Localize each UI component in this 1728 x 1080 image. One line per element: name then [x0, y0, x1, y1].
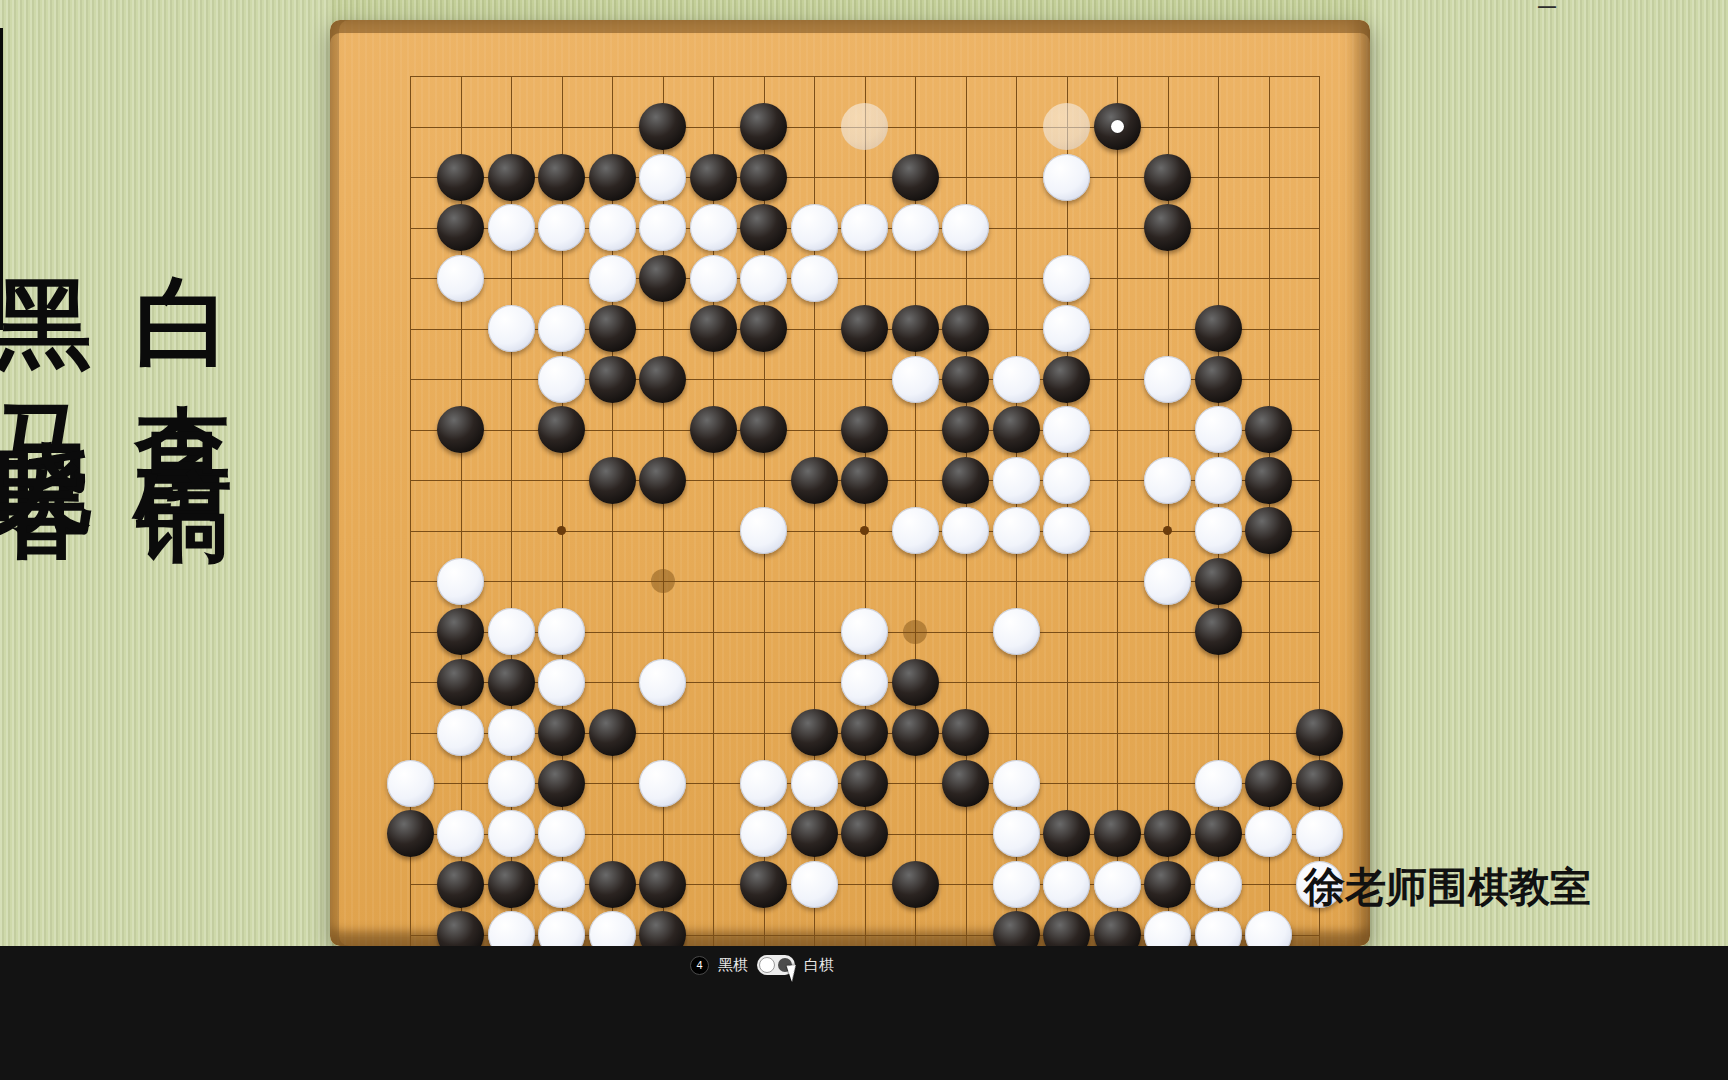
stone-black [942, 457, 989, 504]
stone-black [1245, 760, 1292, 807]
stone-black [993, 911, 1040, 946]
stone-black [437, 861, 484, 908]
stone-black [942, 356, 989, 403]
stone-black [1043, 810, 1090, 857]
stone-white [639, 204, 686, 251]
black-color-char: 黑 [0, 203, 99, 233]
stone-black [488, 154, 535, 201]
stone-black [538, 709, 585, 756]
stone-white [639, 659, 686, 706]
stone-white [1144, 457, 1191, 504]
stone-white [993, 608, 1040, 655]
stone-white [488, 305, 535, 352]
stone-white [538, 861, 585, 908]
stone-black [942, 760, 989, 807]
stone-white [791, 861, 838, 908]
stone-white [1144, 356, 1191, 403]
stone-white [690, 204, 737, 251]
stone-black [639, 911, 686, 946]
stone-black [740, 103, 787, 150]
stone-black [437, 608, 484, 655]
stone-white [1043, 255, 1090, 302]
stone-black [1195, 356, 1242, 403]
stone-black [791, 709, 838, 756]
star-point [860, 526, 869, 535]
stone-black [1296, 709, 1343, 756]
stone-white [892, 507, 939, 554]
stone-white [1245, 810, 1292, 857]
stone-black [1094, 810, 1141, 857]
stone-white [488, 810, 535, 857]
stone-white [1195, 406, 1242, 453]
stone-black [740, 305, 787, 352]
stone-white [740, 507, 787, 554]
stone-white [942, 204, 989, 251]
stone-black [1195, 810, 1242, 857]
stone-black [639, 861, 686, 908]
stone-white [841, 204, 888, 251]
stone-white [488, 608, 535, 655]
stone-white [589, 255, 636, 302]
stone-white [993, 507, 1040, 554]
stone-black [690, 154, 737, 201]
stone-black [791, 810, 838, 857]
stone-black [841, 709, 888, 756]
stone-white [1043, 861, 1090, 908]
stone-color-controls: 4 黑棋 白棋 [690, 952, 834, 978]
star-point [557, 526, 566, 535]
stone-black [1245, 507, 1292, 554]
stone-black [1195, 305, 1242, 352]
stone-black [892, 659, 939, 706]
stone-black [437, 204, 484, 251]
stone-white [437, 810, 484, 857]
watermark-text: 徐老师围棋教室 [1304, 860, 1591, 915]
stone-white [690, 255, 737, 302]
stone-black [1144, 810, 1191, 857]
stone-white [993, 457, 1040, 504]
stone-black [740, 204, 787, 251]
stone-black [1094, 911, 1141, 946]
stone-black [942, 406, 989, 453]
stone-black [841, 457, 888, 504]
white-player-name: 李昌镐 [130, 326, 239, 416]
stone-black [437, 911, 484, 946]
ghost-white-stone [1043, 103, 1090, 150]
stone-black [1043, 356, 1090, 403]
stone-white [639, 760, 686, 807]
stone-black [1245, 406, 1292, 453]
star-point [1163, 526, 1172, 535]
stone-white [740, 810, 787, 857]
ghost-dot-marker [903, 620, 927, 644]
stone-black [740, 154, 787, 201]
stone-black [1144, 204, 1191, 251]
stone-white [942, 507, 989, 554]
ghost-white-stone [841, 103, 888, 150]
stone-black [690, 305, 737, 352]
stone-black [791, 457, 838, 504]
stone-white [488, 911, 535, 946]
stone-white [538, 204, 585, 251]
stone-white [437, 558, 484, 605]
ghost-dot-marker [651, 569, 675, 593]
stone-black [993, 406, 1040, 453]
stone-white [740, 255, 787, 302]
stone-white [1195, 457, 1242, 504]
player-black-label: 黑马晓春 [0, 203, 93, 421]
stone-black [892, 305, 939, 352]
stone-white [892, 356, 939, 403]
stone-white [993, 861, 1040, 908]
stone-white [589, 911, 636, 946]
stone-black [740, 406, 787, 453]
stone-white [1195, 507, 1242, 554]
stone-black [589, 356, 636, 403]
stone-black [437, 659, 484, 706]
stone-white [639, 154, 686, 201]
footer-bar: 4 黑棋 白棋 [0, 946, 1728, 1080]
stone-black [589, 305, 636, 352]
stone-black [690, 406, 737, 453]
stone-black [1245, 457, 1292, 504]
stone-white [488, 709, 535, 756]
go-board[interactable] [330, 20, 1370, 946]
stone-black [1195, 558, 1242, 605]
stone-white [993, 810, 1040, 857]
stone-black [538, 760, 585, 807]
stone-black [942, 305, 989, 352]
stone-black [437, 406, 484, 453]
stone-white [488, 760, 535, 807]
white-stones-label: 白棋 [804, 956, 834, 975]
stone-white [1094, 861, 1141, 908]
stone-black [1144, 154, 1191, 201]
stone-black [942, 709, 989, 756]
minimize-icon[interactable]: — [1538, 0, 1556, 17]
stone-black [387, 810, 434, 857]
stone-black [841, 305, 888, 352]
stone-white [1043, 457, 1090, 504]
stone-black [639, 103, 686, 150]
stone-black [589, 154, 636, 201]
stone-white [841, 608, 888, 655]
stone-white [892, 204, 939, 251]
stone-black [1296, 760, 1343, 807]
stone-white [538, 356, 585, 403]
stone-white [993, 760, 1040, 807]
stone-white [488, 204, 535, 251]
stone-black [740, 861, 787, 908]
stone-black [488, 659, 535, 706]
stone-black [1144, 861, 1191, 908]
stone-black [841, 810, 888, 857]
stone-black [892, 709, 939, 756]
stone-white [1144, 911, 1191, 946]
stone-white [791, 255, 838, 302]
stone-black [488, 861, 535, 908]
stone-white [589, 204, 636, 251]
stone-black [589, 457, 636, 504]
mouse-cursor-icon [787, 963, 801, 982]
stone-black [538, 154, 585, 201]
stone-black [1195, 608, 1242, 655]
player-white-label: 白李昌镐 [136, 198, 233, 416]
stone-white [1043, 406, 1090, 453]
white-color-char: 白 [130, 198, 239, 228]
stone-white [1245, 911, 1292, 946]
stone-white [1296, 810, 1343, 857]
black-stones-label: 黑棋 [718, 956, 748, 975]
stone-white [841, 659, 888, 706]
black-player-name: 马晓春 [0, 331, 99, 421]
stone-white [1043, 154, 1090, 201]
stone-black [639, 457, 686, 504]
stone-black [841, 760, 888, 807]
stone-black [589, 709, 636, 756]
stone-black [1043, 911, 1090, 946]
stone-white [437, 709, 484, 756]
stone-white [538, 911, 585, 946]
left-edge-artifact [0, 28, 3, 330]
stone-white [1195, 861, 1242, 908]
stone-black [892, 861, 939, 908]
move-count-badge: 4 [690, 956, 709, 975]
stone-white [1195, 760, 1242, 807]
stone-white [740, 760, 787, 807]
stone-white [1043, 507, 1090, 554]
stone-black [589, 861, 636, 908]
stone-white [538, 305, 585, 352]
stone-white [791, 760, 838, 807]
stone-white [538, 608, 585, 655]
stone-black [437, 154, 484, 201]
stone-black [892, 154, 939, 201]
stone-white [1144, 558, 1191, 605]
last-move-marker [1111, 120, 1124, 133]
stone-white [538, 659, 585, 706]
stone-white [791, 204, 838, 251]
stone-black [639, 255, 686, 302]
stone-black [538, 406, 585, 453]
stone-white [538, 810, 585, 857]
stone-white [437, 255, 484, 302]
toggle-knob [759, 957, 775, 973]
stone-white [387, 760, 434, 807]
stone-white [993, 356, 1040, 403]
stone-black [639, 356, 686, 403]
stone-white [1043, 305, 1090, 352]
stone-black [841, 406, 888, 453]
stone-white [1195, 911, 1242, 946]
